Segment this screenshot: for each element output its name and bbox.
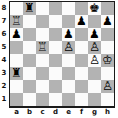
rank-label-5: 5 — [0, 41, 8, 54]
rank-label-7: 7 — [0, 15, 8, 28]
square-e5[interactable]: ♙ — [62, 41, 75, 54]
square-a6[interactable]: ♟ — [10, 28, 23, 41]
square-b6[interactable] — [23, 28, 36, 41]
white-pawn[interactable]: ♙ — [101, 80, 114, 93]
square-f7[interactable]: ♟ — [75, 15, 88, 28]
black-king[interactable]: ♚ — [88, 2, 101, 15]
square-b5[interactable] — [23, 41, 36, 54]
square-b3[interactable] — [23, 67, 36, 80]
square-h2[interactable]: ♙ — [101, 80, 114, 93]
square-c5[interactable]: ♖ — [36, 41, 49, 54]
square-f6[interactable] — [75, 28, 88, 41]
black-pawn[interactable]: ♟ — [75, 15, 88, 28]
square-h1[interactable] — [101, 93, 114, 106]
file-label-g: g — [88, 108, 101, 117]
square-e8[interactable] — [62, 2, 75, 15]
white-rook[interactable]: ♖ — [36, 41, 49, 54]
square-c4[interactable] — [36, 54, 49, 67]
square-b8[interactable]: ♜ — [23, 2, 36, 15]
black-pawn[interactable]: ♟ — [10, 28, 23, 41]
square-e1[interactable] — [62, 93, 75, 106]
square-g2[interactable] — [88, 80, 101, 93]
square-e2[interactable] — [62, 80, 75, 93]
rank-label-6: 6 — [0, 28, 8, 41]
square-b4[interactable] — [23, 54, 36, 67]
square-h7[interactable]: ♟ — [101, 15, 114, 28]
file-labels: abcdefgh — [10, 108, 114, 117]
chess-diagram: 87654321 ♜♚♖♟♟♟♟♟♖♙♙♙♔♜♙ abcdefgh — [0, 0, 118, 118]
square-h4[interactable]: ♔ — [101, 54, 114, 67]
square-d6[interactable] — [49, 28, 62, 41]
square-g3[interactable] — [88, 67, 101, 80]
square-h6[interactable] — [101, 28, 114, 41]
rank-labels: 87654321 — [0, 2, 8, 106]
chess-board: ♜♚♖♟♟♟♟♟♖♙♙♙♔♜♙ — [9, 1, 115, 108]
file-label-h: h — [101, 108, 114, 117]
square-g8[interactable]: ♚ — [88, 2, 101, 15]
file-label-b: b — [23, 108, 36, 117]
square-e3[interactable] — [62, 67, 75, 80]
square-d5[interactable] — [49, 41, 62, 54]
square-b1[interactable] — [23, 93, 36, 106]
square-c3[interactable] — [36, 67, 49, 80]
file-label-c: c — [36, 108, 49, 117]
square-d4[interactable] — [49, 54, 62, 67]
square-a1[interactable] — [10, 93, 23, 106]
square-a3[interactable]: ♜ — [10, 67, 23, 80]
square-f5[interactable] — [75, 41, 88, 54]
square-f4[interactable] — [75, 54, 88, 67]
square-c7[interactable] — [36, 15, 49, 28]
square-a5[interactable] — [10, 41, 23, 54]
file-label-e: e — [62, 108, 75, 117]
square-d8[interactable] — [49, 2, 62, 15]
square-d2[interactable] — [49, 80, 62, 93]
file-label-a: a — [10, 108, 23, 117]
square-b2[interactable] — [23, 80, 36, 93]
white-pawn[interactable]: ♙ — [62, 41, 75, 54]
square-f2[interactable] — [75, 80, 88, 93]
square-a2[interactable] — [10, 80, 23, 93]
square-e4[interactable] — [62, 54, 75, 67]
white-king[interactable]: ♔ — [101, 54, 114, 67]
file-label-d: d — [49, 108, 62, 117]
rank-label-2: 2 — [0, 80, 8, 93]
rank-label-1: 1 — [0, 93, 8, 106]
square-c2[interactable] — [36, 80, 49, 93]
square-g4[interactable]: ♙ — [88, 54, 101, 67]
square-b7[interactable] — [23, 15, 36, 28]
rank-label-3: 3 — [0, 67, 8, 80]
square-g1[interactable] — [88, 93, 101, 106]
square-d7[interactable] — [49, 15, 62, 28]
rank-label-4: 4 — [0, 54, 8, 67]
rank-label-8: 8 — [0, 2, 8, 15]
black-rook[interactable]: ♜ — [23, 2, 36, 15]
square-f1[interactable] — [75, 93, 88, 106]
file-label-f: f — [75, 108, 88, 117]
white-pawn[interactable]: ♙ — [88, 54, 101, 67]
square-d1[interactable] — [49, 93, 62, 106]
square-d3[interactable] — [49, 67, 62, 80]
black-pawn[interactable]: ♟ — [101, 15, 114, 28]
square-c8[interactable] — [36, 2, 49, 15]
square-c1[interactable] — [36, 93, 49, 106]
square-f3[interactable] — [75, 67, 88, 80]
black-rook[interactable]: ♜ — [10, 67, 23, 80]
